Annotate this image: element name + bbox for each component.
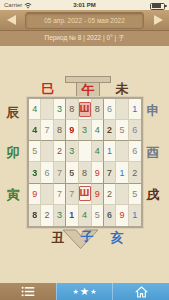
- clock-time: 3:01 PM: [0, 2, 169, 8]
- branch-yin: 寅: [5, 187, 21, 202]
- star-number: 6: [132, 146, 137, 156]
- star-number: 7: [107, 168, 112, 178]
- star-number: 2: [107, 189, 112, 199]
- grid-cell: 1: [116, 162, 128, 183]
- tab-stars[interactable]: ★★★: [56, 283, 113, 300]
- star-number: 9: [95, 189, 100, 199]
- star-number: 7: [69, 189, 74, 199]
- grid-cell: [116, 99, 128, 120]
- grid-cell: 5: [92, 205, 104, 226]
- star-number: 2: [57, 146, 62, 156]
- star-number: 9: [95, 168, 100, 178]
- grid-cell: 5: [116, 120, 128, 141]
- branch-shen: 申: [145, 103, 161, 118]
- battery-icon: [150, 3, 165, 10]
- branch-si: 巳: [40, 81, 56, 96]
- star-number: 1: [132, 104, 137, 114]
- star-number: 4: [95, 125, 100, 135]
- star-number: 8: [82, 168, 87, 178]
- grid-cell: 4: [92, 120, 104, 141]
- branch-chen: 辰: [5, 105, 21, 120]
- grid-cell: Ш: [79, 184, 92, 205]
- star-number: 8: [57, 125, 62, 135]
- star-number: 3: [57, 210, 62, 220]
- grid-cell: [116, 141, 128, 162]
- grid-cell: 6: [129, 120, 141, 141]
- grid-cell: 7: [41, 120, 53, 141]
- star-number: 3: [82, 125, 87, 135]
- star-number: 1: [69, 210, 74, 220]
- flying-star-grid: 438Ш861478934256523416367589712977Ш92582…: [29, 99, 141, 226]
- star-number: 1: [119, 168, 124, 178]
- branch-wu: 午: [80, 82, 96, 97]
- tab-list[interactable]: [0, 283, 56, 300]
- star-number: 9: [69, 125, 74, 135]
- list-icon: [21, 286, 35, 297]
- star-number: 8: [95, 104, 100, 114]
- star-number: 9: [119, 210, 124, 220]
- star-number: 1: [107, 146, 112, 156]
- right-arrow-icon: [154, 15, 163, 25]
- grid-cell: 8: [66, 99, 78, 120]
- flying-star-board: 438Ш861478934256523416367589712977Ш92582…: [27, 97, 143, 228]
- grid-cell: 8: [79, 162, 92, 183]
- grid-cell: 7: [104, 162, 116, 183]
- star-number: 4: [32, 104, 37, 114]
- grid-cell: 6: [129, 141, 141, 162]
- star-number: 4: [32, 125, 37, 135]
- grid-cell: [116, 184, 128, 205]
- grid-cell: [41, 141, 53, 162]
- status-bar: Carrier 3:01 PM: [0, 0, 169, 10]
- star-number: 6: [132, 125, 137, 135]
- star-number: 8: [32, 210, 37, 220]
- grid-cell: [41, 184, 53, 205]
- star-number: 1: [132, 210, 137, 220]
- grid-cell: 4: [29, 120, 41, 141]
- branch-zi: 子: [79, 229, 95, 244]
- grid-cell: 7: [54, 184, 66, 205]
- grid-cell: 6: [104, 99, 116, 120]
- grid-cell: 2: [54, 141, 66, 162]
- grid-cell: 1: [66, 205, 78, 226]
- facing-axis-marker-icon: Ш: [79, 102, 91, 117]
- grid-cell: 1: [104, 141, 116, 162]
- stars-icon: ★★★: [73, 286, 97, 297]
- grid-cell: 4: [92, 141, 104, 162]
- tab-home[interactable]: [112, 283, 169, 300]
- left-arrow-icon: [7, 15, 16, 25]
- grid-cell: 4: [79, 205, 92, 226]
- grid-cell: 9: [92, 184, 104, 205]
- star-number: 2: [132, 168, 137, 178]
- bottom-toolbar: ★★★: [0, 283, 169, 300]
- star-number: 4: [82, 210, 87, 220]
- star-number: 6: [45, 168, 50, 178]
- branch-mao: 卯: [5, 145, 21, 160]
- branch-hai: 亥: [109, 230, 125, 245]
- grid-cell: 4: [29, 99, 41, 120]
- grid-cell: 8: [29, 205, 41, 226]
- star-number: 5: [69, 168, 74, 178]
- grid-cell: 2: [41, 205, 53, 226]
- grid-cell: 9: [29, 184, 41, 205]
- grid-cell: 8: [92, 99, 104, 120]
- grid-cell: 3: [29, 162, 41, 183]
- grid-cell: [41, 99, 53, 120]
- star-number: 5: [32, 146, 37, 156]
- star-number: 6: [107, 104, 112, 114]
- grid-cell: Ш: [79, 99, 92, 120]
- grid-cell: 3: [54, 99, 66, 120]
- branch-wei: 未: [114, 81, 130, 96]
- star-number: 5: [132, 189, 137, 199]
- grid-cell: 6: [41, 162, 53, 183]
- star-number: 7: [45, 125, 50, 135]
- sitting-axis-marker-icon: Ш: [79, 186, 91, 201]
- date-nav-bar: 05 апр. 2022 - 05 мая 2022: [0, 10, 169, 31]
- chart-area: 巳 午 未 辰 卯 寅 申 酉 戌 丑 子 亥 438Ш861478934256…: [0, 46, 169, 283]
- grid-cell: 9: [92, 162, 104, 183]
- prev-period-button[interactable]: [0, 10, 22, 31]
- date-range-label: 05 апр. 2022 - 05 мая 2022: [44, 17, 125, 24]
- period-info-label: Период № 8 | 2022 | 0° | 子: [44, 34, 124, 43]
- grid-cell: 7: [66, 184, 78, 205]
- star-number: 5: [119, 125, 124, 135]
- star-number: 7: [57, 168, 62, 178]
- home-icon: [135, 286, 148, 298]
- grid-cell: 5: [129, 184, 141, 205]
- grid-cell: 3: [66, 141, 78, 162]
- grid-cell: 3: [54, 205, 66, 226]
- grid-cell: 5: [29, 141, 41, 162]
- star-number: 8: [69, 104, 74, 114]
- grid-cell: 9: [66, 120, 78, 141]
- grid-cell: 7: [54, 162, 66, 183]
- grid-cell: [79, 141, 92, 162]
- grid-cell: 6: [104, 205, 116, 226]
- next-period-button[interactable]: [147, 10, 169, 31]
- star-number: 7: [57, 189, 62, 199]
- grid-cell: 9: [116, 205, 128, 226]
- date-range-button[interactable]: 05 апр. 2022 - 05 мая 2022: [25, 12, 144, 29]
- grid-cell: 2: [104, 120, 116, 141]
- grid-cell: 8: [54, 120, 66, 141]
- grid-cell: 3: [79, 120, 92, 141]
- star-number: 2: [107, 125, 112, 135]
- grid-cell: 2: [129, 162, 141, 183]
- star-number: 3: [69, 146, 74, 156]
- star-number: 3: [57, 104, 62, 114]
- star-number: 3: [32, 168, 37, 178]
- grid-cell: 1: [129, 205, 141, 226]
- branch-you: 酉: [145, 145, 161, 160]
- grid-cell: 1: [129, 99, 141, 120]
- star-number: 2: [45, 210, 50, 220]
- grid-cell: 5: [66, 162, 78, 183]
- period-info-bar[interactable]: Период № 8 | 2022 | 0° | 子: [0, 31, 169, 47]
- branch-xu: 戌: [145, 187, 161, 202]
- star-number: 9: [32, 189, 37, 199]
- star-number: 5: [95, 210, 100, 220]
- grid-cell: 2: [104, 184, 116, 205]
- star-number: 6: [107, 210, 112, 220]
- star-number: 4: [95, 146, 100, 156]
